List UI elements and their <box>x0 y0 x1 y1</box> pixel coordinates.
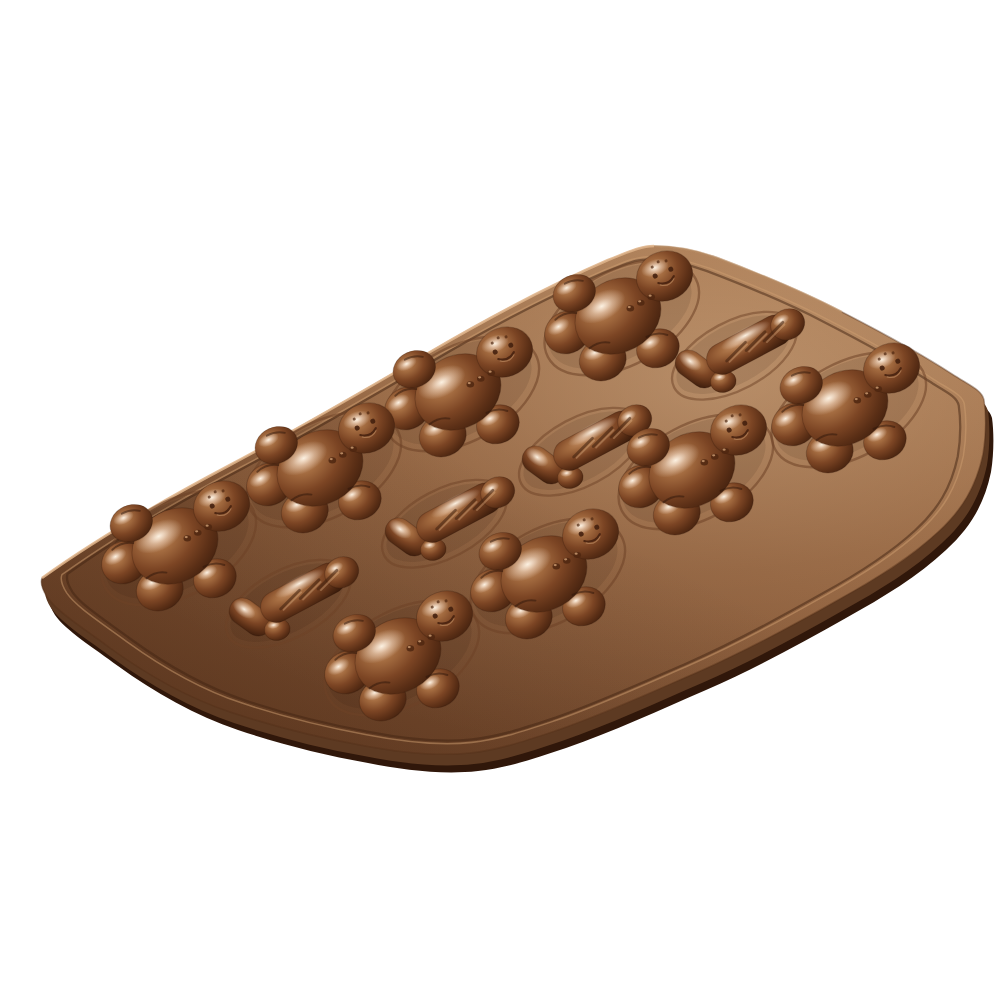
mold-illustration <box>0 0 1000 1000</box>
product-photo <box>0 0 1000 1000</box>
